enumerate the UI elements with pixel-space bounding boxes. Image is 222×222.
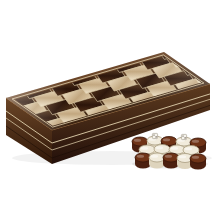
specular-highlight	[192, 140, 199, 143]
die-pip	[185, 137, 186, 138]
product-photo	[0, 0, 222, 222]
marquetry-block-dark	[204, 57, 222, 73]
specular-highlight	[134, 139, 141, 142]
die-pip	[182, 135, 183, 136]
specular-highlight	[141, 147, 148, 150]
checker-stack-dark	[135, 153, 151, 169]
die-icon	[152, 133, 157, 138]
specular-highlight	[192, 156, 199, 159]
specular-highlight	[151, 155, 158, 158]
marquetry-block-light	[216, 65, 222, 81]
marquetry-block-dark	[23, 64, 62, 80]
marquetry-block-dark	[158, 25, 197, 41]
marquetry-block-dark	[181, 41, 220, 57]
checker-stack-light	[149, 153, 165, 169]
marquetry-block-light	[170, 33, 209, 49]
marquetry-block-dark	[113, 38, 152, 54]
marquetry-block-dark	[68, 51, 107, 67]
specular-highlight	[156, 146, 163, 149]
backgammon-case-scene	[0, 0, 222, 222]
specular-highlight	[137, 155, 144, 158]
specular-highlight	[171, 147, 178, 150]
marquetry-block-light	[210, 83, 222, 99]
die-pip	[153, 134, 154, 135]
checker-stacks	[132, 133, 206, 169]
marquetry-block-light	[193, 49, 222, 65]
checker-stack-dark	[163, 153, 179, 169]
die-pip	[156, 136, 157, 137]
die-icon	[181, 134, 186, 139]
marquetry-block-light	[141, 35, 180, 51]
specular-highlight	[185, 147, 192, 150]
specular-highlight	[179, 155, 186, 158]
checker-stack-dark	[190, 154, 206, 170]
specular-highlight	[165, 155, 172, 158]
specular-highlight	[163, 138, 170, 141]
marquetry-block-dark	[0, 77, 17, 93]
